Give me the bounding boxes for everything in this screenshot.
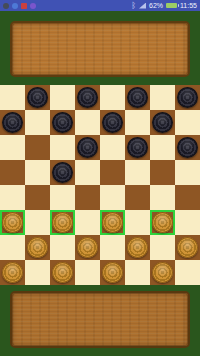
checkers-board bbox=[0, 85, 200, 285]
square-r5c4[interactable] bbox=[100, 210, 125, 235]
square-r4c4 bbox=[100, 185, 125, 210]
square-r0c4 bbox=[100, 85, 125, 110]
notification-app-purple-icon bbox=[30, 3, 36, 9]
bottom-capture-tray bbox=[10, 291, 190, 348]
square-r4c1[interactable] bbox=[25, 185, 50, 210]
notification-dot-dark-icon bbox=[3, 3, 9, 9]
square-r1c0[interactable] bbox=[0, 110, 25, 135]
signal-icon bbox=[139, 3, 146, 9]
square-r4c7[interactable] bbox=[175, 185, 200, 210]
square-r1c4[interactable] bbox=[100, 110, 125, 135]
notification-icons bbox=[3, 3, 36, 9]
square-r4c5[interactable] bbox=[125, 185, 150, 210]
bluetooth-icon: ᛒ bbox=[131, 0, 136, 11]
square-r2c5[interactable] bbox=[125, 135, 150, 160]
dark-piece[interactable] bbox=[2, 112, 23, 133]
battery-icon bbox=[166, 3, 177, 8]
square-r1c2[interactable] bbox=[50, 110, 75, 135]
square-r7c7 bbox=[175, 260, 200, 285]
dark-piece[interactable] bbox=[77, 137, 98, 158]
square-r0c0 bbox=[0, 85, 25, 110]
status-bar: ᛒ 62% 11:55 bbox=[0, 0, 200, 11]
light-piece[interactable] bbox=[102, 262, 123, 283]
dark-piece[interactable] bbox=[127, 137, 148, 158]
square-r3c3 bbox=[75, 160, 100, 185]
square-r7c0[interactable] bbox=[0, 260, 25, 285]
square-r3c2[interactable] bbox=[50, 160, 75, 185]
square-r2c3[interactable] bbox=[75, 135, 100, 160]
square-r2c6 bbox=[150, 135, 175, 160]
square-r5c1 bbox=[25, 210, 50, 235]
square-r7c6[interactable] bbox=[150, 260, 175, 285]
light-piece[interactable] bbox=[77, 237, 98, 258]
square-r5c7 bbox=[175, 210, 200, 235]
dark-piece[interactable] bbox=[177, 87, 198, 108]
square-r4c6 bbox=[150, 185, 175, 210]
square-r3c7 bbox=[175, 160, 200, 185]
status-icons: ᛒ 62% 11:55 bbox=[131, 0, 197, 11]
square-r4c0 bbox=[0, 185, 25, 210]
square-r3c1 bbox=[25, 160, 50, 185]
square-r5c6[interactable] bbox=[150, 210, 175, 235]
square-r7c1 bbox=[25, 260, 50, 285]
light-piece[interactable] bbox=[2, 262, 23, 283]
square-r1c1 bbox=[25, 110, 50, 135]
square-r4c2 bbox=[50, 185, 75, 210]
square-r6c1[interactable] bbox=[25, 235, 50, 260]
light-piece[interactable] bbox=[102, 212, 123, 233]
square-r6c2 bbox=[50, 235, 75, 260]
notification-dot-blue-icon bbox=[12, 3, 18, 9]
square-r0c6 bbox=[150, 85, 175, 110]
square-r3c6[interactable] bbox=[150, 160, 175, 185]
square-r6c4 bbox=[100, 235, 125, 260]
square-r1c7 bbox=[175, 110, 200, 135]
square-r7c4[interactable] bbox=[100, 260, 125, 285]
square-r3c0[interactable] bbox=[0, 160, 25, 185]
square-r2c4 bbox=[100, 135, 125, 160]
dark-piece[interactable] bbox=[52, 112, 73, 133]
square-r6c5[interactable] bbox=[125, 235, 150, 260]
square-r5c5 bbox=[125, 210, 150, 235]
phone-screen: ᛒ 62% 11:55 bbox=[0, 0, 200, 356]
light-piece[interactable] bbox=[152, 212, 173, 233]
light-piece[interactable] bbox=[27, 237, 48, 258]
dark-piece[interactable] bbox=[102, 112, 123, 133]
dark-piece[interactable] bbox=[177, 137, 198, 158]
light-piece[interactable] bbox=[152, 262, 173, 283]
square-r3c5 bbox=[125, 160, 150, 185]
dark-piece[interactable] bbox=[127, 87, 148, 108]
square-r7c3 bbox=[75, 260, 100, 285]
square-r5c3 bbox=[75, 210, 100, 235]
square-r2c0 bbox=[0, 135, 25, 160]
light-piece[interactable] bbox=[127, 237, 148, 258]
top-capture-tray bbox=[10, 21, 190, 77]
square-r2c7[interactable] bbox=[175, 135, 200, 160]
square-r3c4[interactable] bbox=[100, 160, 125, 185]
clock-text: 11:55 bbox=[180, 0, 197, 11]
dark-piece[interactable] bbox=[152, 112, 173, 133]
square-r6c6 bbox=[150, 235, 175, 260]
dark-piece[interactable] bbox=[77, 87, 98, 108]
square-r0c5[interactable] bbox=[125, 85, 150, 110]
light-piece[interactable] bbox=[52, 212, 73, 233]
square-r6c3[interactable] bbox=[75, 235, 100, 260]
square-r6c0 bbox=[0, 235, 25, 260]
square-r7c2[interactable] bbox=[50, 260, 75, 285]
square-r1c6[interactable] bbox=[150, 110, 175, 135]
square-r5c2[interactable] bbox=[50, 210, 75, 235]
square-r0c2 bbox=[50, 85, 75, 110]
battery-percent-text: 62% bbox=[149, 0, 163, 11]
notification-app-red-icon bbox=[21, 3, 27, 9]
square-r1c3 bbox=[75, 110, 100, 135]
dark-piece[interactable] bbox=[52, 162, 73, 183]
square-r7c5 bbox=[125, 260, 150, 285]
square-r6c7[interactable] bbox=[175, 235, 200, 260]
light-piece[interactable] bbox=[177, 237, 198, 258]
dark-piece[interactable] bbox=[27, 87, 48, 108]
square-r1c5 bbox=[125, 110, 150, 135]
square-r2c1[interactable] bbox=[25, 135, 50, 160]
light-piece[interactable] bbox=[52, 262, 73, 283]
square-r0c7[interactable] bbox=[175, 85, 200, 110]
light-piece[interactable] bbox=[2, 212, 23, 233]
square-r0c1[interactable] bbox=[25, 85, 50, 110]
square-r2c2 bbox=[50, 135, 75, 160]
square-r0c3[interactable] bbox=[75, 85, 100, 110]
square-r5c0[interactable] bbox=[0, 210, 25, 235]
square-r4c3[interactable] bbox=[75, 185, 100, 210]
